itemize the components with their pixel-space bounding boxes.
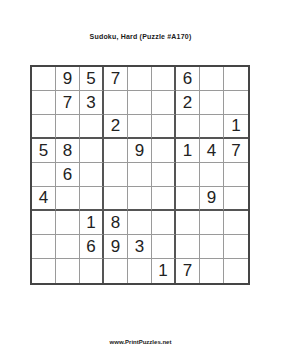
sudoku-page: Sudoku, Hard (Puzzle #A170) 957673221589… bbox=[0, 0, 281, 363]
cell-r6c9[interactable] bbox=[224, 187, 248, 211]
cell-r5c3[interactable] bbox=[80, 163, 104, 187]
cell-r7c8[interactable] bbox=[200, 211, 224, 235]
cell-r8c5[interactable]: 3 bbox=[128, 235, 152, 259]
cell-r2c2[interactable]: 7 bbox=[56, 91, 80, 115]
cell-r7c1[interactable] bbox=[32, 211, 56, 235]
cell-r1c9[interactable] bbox=[224, 67, 248, 91]
cell-r3c5[interactable] bbox=[128, 115, 152, 139]
footer-url: www.PrintPuzzles.net bbox=[0, 339, 281, 345]
cell-r9c2[interactable] bbox=[56, 259, 80, 283]
cell-r1c7[interactable]: 6 bbox=[176, 67, 200, 91]
cell-r1c8[interactable] bbox=[200, 67, 224, 91]
cell-r1c4[interactable]: 7 bbox=[104, 67, 128, 91]
cell-r3c4[interactable]: 2 bbox=[104, 115, 128, 139]
cell-r2c5[interactable] bbox=[128, 91, 152, 115]
cell-r4c3[interactable] bbox=[80, 139, 104, 163]
cell-r8c6[interactable] bbox=[152, 235, 176, 259]
cell-r9c3[interactable] bbox=[80, 259, 104, 283]
cell-r2c8[interactable] bbox=[200, 91, 224, 115]
cell-r2c3[interactable]: 3 bbox=[80, 91, 104, 115]
cell-r8c2[interactable] bbox=[56, 235, 80, 259]
cell-r8c4[interactable]: 9 bbox=[104, 235, 128, 259]
cell-r7c7[interactable] bbox=[176, 211, 200, 235]
cell-r7c4[interactable]: 8 bbox=[104, 211, 128, 235]
cell-r6c8[interactable]: 9 bbox=[200, 187, 224, 211]
cell-r9c6[interactable]: 1 bbox=[152, 259, 176, 283]
cell-r9c8[interactable] bbox=[200, 259, 224, 283]
cell-r9c9[interactable] bbox=[224, 259, 248, 283]
cell-r3c6[interactable] bbox=[152, 115, 176, 139]
cell-r5c2[interactable]: 6 bbox=[56, 163, 80, 187]
page-title: Sudoku, Hard (Puzzle #A170) bbox=[0, 33, 281, 40]
cell-r8c9[interactable] bbox=[224, 235, 248, 259]
cell-r3c7[interactable] bbox=[176, 115, 200, 139]
cell-r2c6[interactable] bbox=[152, 91, 176, 115]
cell-r1c3[interactable]: 5 bbox=[80, 67, 104, 91]
cell-r7c2[interactable] bbox=[56, 211, 80, 235]
cell-r9c7[interactable]: 7 bbox=[176, 259, 200, 283]
cell-r4c6[interactable] bbox=[152, 139, 176, 163]
cell-r8c3[interactable]: 6 bbox=[80, 235, 104, 259]
cell-r1c2[interactable]: 9 bbox=[56, 67, 80, 91]
sudoku-grid: 9576732215891476491869317 bbox=[32, 67, 248, 283]
cell-r7c6[interactable] bbox=[152, 211, 176, 235]
cell-r4c8[interactable]: 4 bbox=[200, 139, 224, 163]
cell-r1c5[interactable] bbox=[128, 67, 152, 91]
cell-r5c1[interactable] bbox=[32, 163, 56, 187]
cell-r6c3[interactable] bbox=[80, 187, 104, 211]
cell-r3c8[interactable] bbox=[200, 115, 224, 139]
cell-r6c5[interactable] bbox=[128, 187, 152, 211]
cell-r5c7[interactable] bbox=[176, 163, 200, 187]
cell-r3c9[interactable]: 1 bbox=[224, 115, 248, 139]
cell-r5c6[interactable] bbox=[152, 163, 176, 187]
cell-r3c2[interactable] bbox=[56, 115, 80, 139]
cell-r9c4[interactable] bbox=[104, 259, 128, 283]
cell-r8c7[interactable] bbox=[176, 235, 200, 259]
sudoku-board: 9576732215891476491869317 bbox=[30, 65, 250, 285]
cell-r9c5[interactable] bbox=[128, 259, 152, 283]
cell-r7c9[interactable] bbox=[224, 211, 248, 235]
cell-r5c9[interactable] bbox=[224, 163, 248, 187]
cell-r3c3[interactable] bbox=[80, 115, 104, 139]
cell-r4c9[interactable]: 7 bbox=[224, 139, 248, 163]
cell-r6c6[interactable] bbox=[152, 187, 176, 211]
cell-r2c9[interactable] bbox=[224, 91, 248, 115]
cell-r2c4[interactable] bbox=[104, 91, 128, 115]
cell-r8c1[interactable] bbox=[32, 235, 56, 259]
cell-r3c1[interactable] bbox=[32, 115, 56, 139]
cell-r4c5[interactable]: 9 bbox=[128, 139, 152, 163]
cell-r7c5[interactable] bbox=[128, 211, 152, 235]
cell-r6c2[interactable] bbox=[56, 187, 80, 211]
cell-r5c4[interactable] bbox=[104, 163, 128, 187]
cell-r6c7[interactable] bbox=[176, 187, 200, 211]
cell-r9c1[interactable] bbox=[32, 259, 56, 283]
cell-r4c1[interactable]: 5 bbox=[32, 139, 56, 163]
cell-r5c8[interactable] bbox=[200, 163, 224, 187]
cell-r4c2[interactable]: 8 bbox=[56, 139, 80, 163]
cell-r2c7[interactable]: 2 bbox=[176, 91, 200, 115]
cell-r7c3[interactable]: 1 bbox=[80, 211, 104, 235]
cell-r8c8[interactable] bbox=[200, 235, 224, 259]
cell-r4c7[interactable]: 1 bbox=[176, 139, 200, 163]
cell-r4c4[interactable] bbox=[104, 139, 128, 163]
cell-r2c1[interactable] bbox=[32, 91, 56, 115]
cell-r6c1[interactable]: 4 bbox=[32, 187, 56, 211]
cell-r1c1[interactable] bbox=[32, 67, 56, 91]
cell-r1c6[interactable] bbox=[152, 67, 176, 91]
cell-r5c5[interactable] bbox=[128, 163, 152, 187]
cell-r6c4[interactable] bbox=[104, 187, 128, 211]
